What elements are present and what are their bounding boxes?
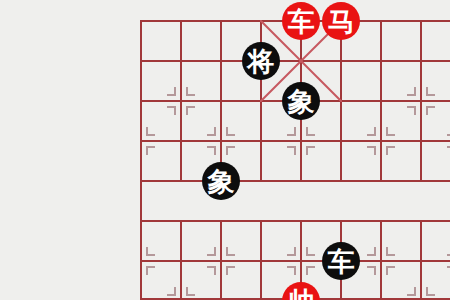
piece-black-general[interactable]: 将	[242, 42, 280, 80]
star-bracket-tr	[386, 247, 395, 256]
board-cell[interactable]	[420, 220, 450, 260]
star-point	[367, 247, 395, 275]
star-bracket-tl	[207, 127, 216, 136]
board-cell[interactable]	[380, 180, 420, 220]
star-point	[367, 127, 395, 155]
piece-red-chariot[interactable]: 车	[282, 2, 320, 40]
piece-black-elephant-2[interactable]: 象	[202, 162, 240, 200]
board-cell[interactable]	[420, 180, 450, 220]
star-bracket-br	[146, 266, 155, 275]
star-bracket-tl	[167, 87, 176, 96]
star-bracket-tr	[306, 247, 315, 256]
star-bracket-bl	[407, 106, 416, 115]
board-cell[interactable]	[420, 20, 450, 60]
star-point	[127, 127, 155, 155]
star-point	[207, 247, 235, 275]
board-cell[interactable]	[140, 180, 180, 220]
star-bracket-tr	[386, 127, 395, 136]
star-bracket-br	[226, 266, 235, 275]
star-bracket-br	[386, 266, 395, 275]
star-point	[127, 247, 155, 275]
board-cell[interactable]	[420, 140, 450, 180]
star-bracket-tl	[407, 87, 416, 96]
star-point	[167, 287, 195, 300]
xiangqi-board: 车马将象象车帅	[140, 20, 450, 300]
star-bracket-br	[306, 146, 315, 155]
star-bracket-tl	[367, 127, 376, 136]
piece-black-chariot[interactable]: 车	[322, 242, 360, 280]
star-bracket-br	[426, 106, 435, 115]
star-bracket-br	[186, 106, 195, 115]
board-cell[interactable]	[180, 20, 220, 60]
star-bracket-tl	[367, 247, 376, 256]
star-bracket-tr	[426, 87, 435, 96]
board-cell[interactable]	[140, 20, 180, 60]
star-bracket-bl	[287, 146, 296, 155]
star-bracket-br	[146, 146, 155, 155]
star-bracket-tr	[426, 287, 435, 296]
star-bracket-tr	[226, 247, 235, 256]
star-point	[207, 127, 235, 155]
board-cell[interactable]	[300, 180, 340, 220]
board-cell[interactable]	[380, 20, 420, 60]
piece-red-horse[interactable]: 马	[322, 2, 360, 40]
star-bracket-br	[306, 266, 315, 275]
star-bracket-tr	[186, 87, 195, 96]
star-bracket-tr	[146, 127, 155, 136]
star-bracket-tr	[186, 287, 195, 296]
star-bracket-tl	[287, 127, 296, 136]
star-bracket-bl	[207, 266, 216, 275]
star-bracket-tl	[287, 247, 296, 256]
star-bracket-tl	[407, 287, 416, 296]
star-point	[167, 87, 195, 115]
star-bracket-tl	[167, 287, 176, 296]
star-bracket-tr	[226, 127, 235, 136]
star-bracket-bl	[167, 106, 176, 115]
star-bracket-bl	[287, 266, 296, 275]
star-bracket-br	[386, 146, 395, 155]
star-bracket-bl	[207, 146, 216, 155]
star-point	[287, 127, 315, 155]
board-cell[interactable]	[260, 180, 300, 220]
star-point	[407, 287, 435, 300]
board-cell[interactable]	[340, 180, 380, 220]
star-bracket-br	[226, 146, 235, 155]
star-point	[407, 87, 435, 115]
star-bracket-tr	[146, 247, 155, 256]
star-bracket-bl	[367, 146, 376, 155]
star-bracket-tr	[306, 127, 315, 136]
board-cell[interactable]	[340, 60, 380, 100]
star-point	[287, 247, 315, 275]
xiangqi-screen: 车马将象象车帅	[0, 0, 450, 300]
piece-black-elephant-1[interactable]: 象	[282, 82, 320, 120]
star-bracket-bl	[367, 266, 376, 275]
star-bracket-tl	[207, 247, 216, 256]
